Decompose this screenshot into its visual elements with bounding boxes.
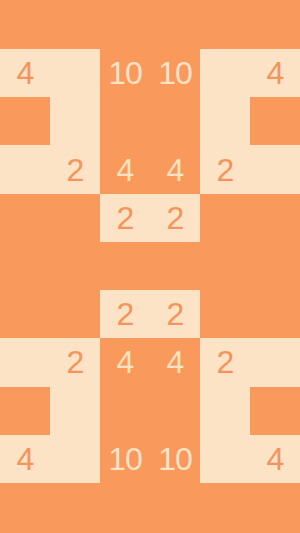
cell-r3c2[interactable]: 2 [100,194,150,242]
cell-r8c1[interactable] [50,435,100,483]
cell-r0c2[interactable]: 10 [100,49,150,97]
cell-r8c0[interactable]: 4 [0,435,50,483]
cell-r3c4 [200,194,250,242]
cell-r4c3 [150,242,200,290]
cell-r5c5 [250,290,300,338]
cell-r6c1[interactable]: 2 [50,338,100,386]
cell-number: 4 [167,154,184,186]
cell-r7c5 [250,387,300,435]
cell-r4c1 [50,242,100,290]
cell-r0c1[interactable] [50,49,100,97]
cell-r3c1 [50,194,100,242]
cell-r4c0 [0,242,50,290]
cell-number: 10 [108,57,142,89]
cell-number: 2 [167,202,184,234]
cell-r1c4[interactable] [200,97,250,145]
cell-r5c0 [0,290,50,338]
cell-r5c4 [200,290,250,338]
cell-r3c5 [250,194,300,242]
cell-number: 4 [267,57,284,89]
cell-r6c2[interactable]: 4 [100,338,150,386]
cell-number: 4 [117,154,134,186]
cell-r1c0 [0,97,50,145]
cell-r2c5[interactable] [250,145,300,193]
cell-r4c5 [250,242,300,290]
cell-r6c4[interactable]: 2 [200,338,250,386]
cell-number: 2 [67,346,84,378]
cell-r5c1 [50,290,100,338]
cell-r7c3 [150,387,200,435]
cell-number: 2 [217,154,234,186]
puzzle-board: 410104244222222442410104 [0,49,300,483]
cell-number: 4 [17,57,34,89]
cell-r1c5 [250,97,300,145]
cell-r0c5[interactable]: 4 [250,49,300,97]
cell-number: 2 [117,298,134,330]
cell-r0c4[interactable] [200,49,250,97]
cell-number: 4 [17,443,34,475]
cell-r2c0[interactable] [0,145,50,193]
cell-number: 2 [67,154,84,186]
cell-number: 10 [108,443,142,475]
cell-r1c3 [150,97,200,145]
cell-number: 4 [117,346,134,378]
cell-r0c3[interactable]: 10 [150,49,200,97]
cell-r7c2 [100,387,150,435]
cell-r8c2[interactable]: 10 [100,435,150,483]
cell-r2c4[interactable]: 2 [200,145,250,193]
cell-number: 2 [117,202,134,234]
cell-r1c1[interactable] [50,97,100,145]
cell-r6c5[interactable] [250,338,300,386]
cell-r8c5[interactable]: 4 [250,435,300,483]
cell-r3c0 [0,194,50,242]
cell-r3c3[interactable]: 2 [150,194,200,242]
cell-number: 10 [158,57,192,89]
cell-r8c3[interactable]: 10 [150,435,200,483]
cell-r4c4 [200,242,250,290]
cell-r2c3[interactable]: 4 [150,145,200,193]
cell-r7c4[interactable] [200,387,250,435]
cell-r6c3[interactable]: 4 [150,338,200,386]
cell-number: 10 [158,443,192,475]
cell-number: 2 [217,346,234,378]
cell-r7c0 [0,387,50,435]
cell-r5c3[interactable]: 2 [150,290,200,338]
cell-r7c1[interactable] [50,387,100,435]
app-background: { "game": "bicolor", "description": "Two… [0,0,300,533]
cell-number: 4 [267,443,284,475]
cell-r2c1[interactable]: 2 [50,145,100,193]
cell-r0c0[interactable]: 4 [0,49,50,97]
cell-r6c0[interactable] [0,338,50,386]
cell-r4c2 [100,242,150,290]
cell-r5c2[interactable]: 2 [100,290,150,338]
cell-r8c4[interactable] [200,435,250,483]
cell-number: 4 [167,346,184,378]
cell-r2c2[interactable]: 4 [100,145,150,193]
cell-number: 2 [167,298,184,330]
cell-r1c2 [100,97,150,145]
